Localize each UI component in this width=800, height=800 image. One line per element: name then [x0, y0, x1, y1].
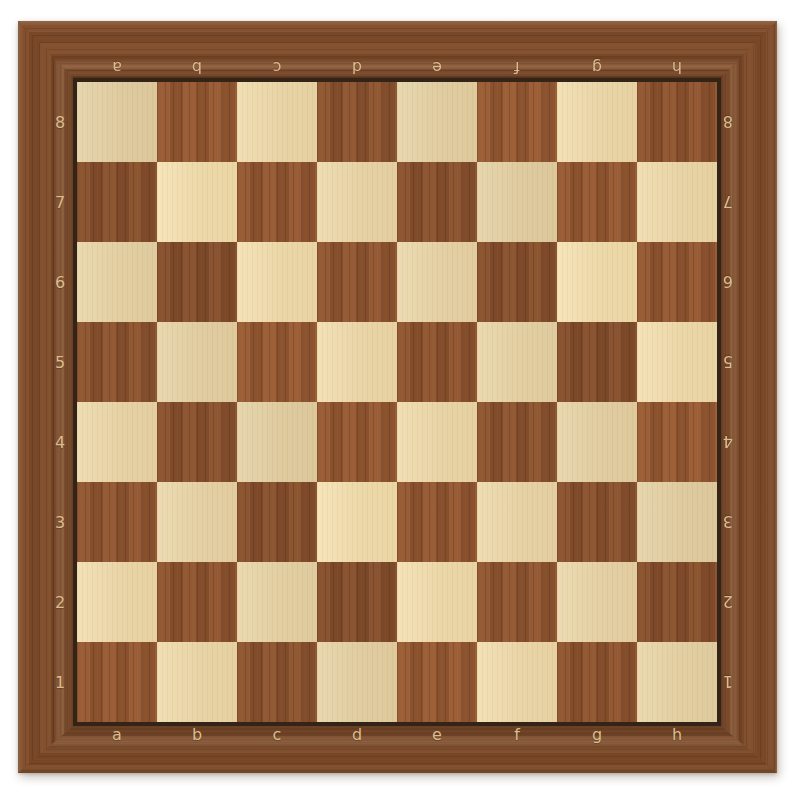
rank-label: 7	[48, 162, 72, 242]
file-label: g	[557, 723, 637, 745]
square-f6[interactable]	[477, 242, 557, 322]
square-g6[interactable]	[557, 242, 637, 322]
square-h4[interactable]	[637, 402, 717, 482]
square-f7[interactable]	[477, 162, 557, 242]
square-c1[interactable]	[237, 642, 317, 722]
file-label: h	[637, 723, 717, 745]
square-b5[interactable]	[157, 322, 237, 402]
rank-labels-left: 87654321	[48, 82, 72, 722]
square-h5[interactable]	[637, 322, 717, 402]
square-a5[interactable]	[77, 322, 157, 402]
square-b8[interactable]	[157, 82, 237, 162]
square-b2[interactable]	[157, 562, 237, 642]
file-label: b	[157, 723, 237, 745]
square-g5[interactable]	[557, 322, 637, 402]
square-c7[interactable]	[237, 162, 317, 242]
rank-label: 5	[48, 322, 72, 402]
square-h3[interactable]	[637, 482, 717, 562]
square-e7[interactable]	[397, 162, 477, 242]
square-f5[interactable]	[477, 322, 557, 402]
square-g7[interactable]	[557, 162, 637, 242]
square-f4[interactable]	[477, 402, 557, 482]
file-label: f	[477, 723, 557, 745]
square-h2[interactable]	[637, 562, 717, 642]
square-g4[interactable]	[557, 402, 637, 482]
square-c5[interactable]	[237, 322, 317, 402]
rank-label: 4	[48, 402, 72, 482]
square-e6[interactable]	[397, 242, 477, 322]
square-b4[interactable]	[157, 402, 237, 482]
square-d8[interactable]	[317, 82, 397, 162]
square-d5[interactable]	[317, 322, 397, 402]
square-h8[interactable]	[637, 82, 717, 162]
square-e3[interactable]	[397, 482, 477, 562]
square-d7[interactable]	[317, 162, 397, 242]
square-c2[interactable]	[237, 562, 317, 642]
square-g3[interactable]	[557, 482, 637, 562]
square-c6[interactable]	[237, 242, 317, 322]
square-e5[interactable]	[397, 322, 477, 402]
file-label: e	[397, 723, 477, 745]
square-c8[interactable]	[237, 82, 317, 162]
square-f8[interactable]	[477, 82, 557, 162]
square-a6[interactable]	[77, 242, 157, 322]
chessboard-photo: abcdefgh abcdefgh 87654321 87654321	[0, 0, 800, 800]
square-h6[interactable]	[637, 242, 717, 322]
square-g2[interactable]	[557, 562, 637, 642]
square-a2[interactable]	[77, 562, 157, 642]
square-b6[interactable]	[157, 242, 237, 322]
square-e8[interactable]	[397, 82, 477, 162]
square-d4[interactable]	[317, 402, 397, 482]
rank-label: 2	[48, 562, 72, 642]
square-b1[interactable]	[157, 642, 237, 722]
square-d3[interactable]	[317, 482, 397, 562]
square-c3[interactable]	[237, 482, 317, 562]
square-b7[interactable]	[157, 162, 237, 242]
rank-label: 8	[48, 82, 72, 162]
file-label: d	[317, 723, 397, 745]
file-label: c	[237, 723, 317, 745]
square-f1[interactable]	[477, 642, 557, 722]
rank-label: 3	[48, 482, 72, 562]
square-a4[interactable]	[77, 402, 157, 482]
rank-label: 6	[48, 242, 72, 322]
square-f2[interactable]	[477, 562, 557, 642]
square-e2[interactable]	[397, 562, 477, 642]
square-a1[interactable]	[77, 642, 157, 722]
file-labels-bottom: abcdefgh	[77, 723, 717, 745]
square-h7[interactable]	[637, 162, 717, 242]
rank-label: 1	[48, 642, 72, 722]
board-inner-border	[73, 78, 721, 726]
square-d6[interactable]	[317, 242, 397, 322]
board-frame: abcdefgh abcdefgh 87654321 87654321	[18, 21, 777, 773]
square-a8[interactable]	[77, 82, 157, 162]
file-label: a	[77, 723, 157, 745]
square-c4[interactable]	[237, 402, 317, 482]
square-a7[interactable]	[77, 162, 157, 242]
square-a3[interactable]	[77, 482, 157, 562]
square-d2[interactable]	[317, 562, 397, 642]
board-grid	[77, 82, 717, 722]
square-g8[interactable]	[557, 82, 637, 162]
square-h1[interactable]	[637, 642, 717, 722]
square-e4[interactable]	[397, 402, 477, 482]
square-e1[interactable]	[397, 642, 477, 722]
square-d1[interactable]	[317, 642, 397, 722]
square-g1[interactable]	[557, 642, 637, 722]
square-b3[interactable]	[157, 482, 237, 562]
square-f3[interactable]	[477, 482, 557, 562]
